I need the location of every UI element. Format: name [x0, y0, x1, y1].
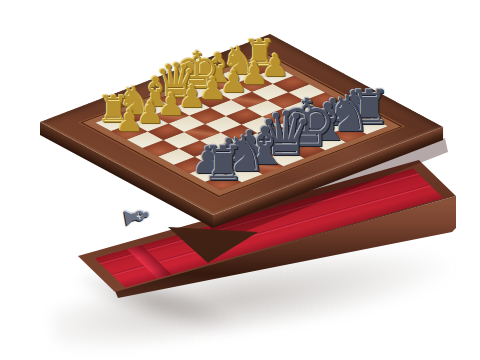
chess-set-photo: ♝ ♜♞♝♛♚♝♞♜♟♟♟♟♟♟♟♟♟♟♟♟♟♟♟♟♜♞♝♛♚♝♞♜: [0, 0, 480, 360]
stored-piece-in-tray[interactable]: ♝: [119, 200, 155, 245]
piece-gold-pawn-a7[interactable]: ♟: [115, 105, 143, 136]
piece-silver-rook-a1[interactable]: ♜: [202, 140, 245, 188]
